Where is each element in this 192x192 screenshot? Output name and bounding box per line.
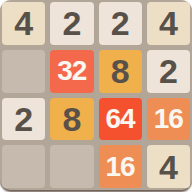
tile-16-r4c3: 16 bbox=[99, 145, 142, 188]
tile-8-r3c2: 8 bbox=[50, 98, 93, 141]
tile-64-r3c3: 64 bbox=[99, 98, 142, 141]
app-icon-2048: 42243282286416164 bbox=[0, 0, 192, 192]
tile-32-r2c2: 32 bbox=[50, 50, 93, 93]
tile-2-r3c1: 2 bbox=[2, 98, 45, 141]
tile-4-r4c4: 4 bbox=[147, 145, 190, 188]
empty-cell-r4c2 bbox=[50, 145, 93, 188]
tile-2-r1c3: 2 bbox=[99, 2, 142, 45]
tile-2-r2c4: 2 bbox=[147, 50, 190, 93]
empty-cell-r2c1 bbox=[2, 50, 45, 93]
game-board-2048[interactable]: 42243282286416164 bbox=[0, 0, 192, 190]
tile-16-r3c4: 16 bbox=[147, 98, 190, 141]
tile-2-r1c2: 2 bbox=[50, 2, 93, 45]
empty-cell-r4c1 bbox=[2, 145, 45, 188]
tile-4-r1c4: 4 bbox=[147, 2, 190, 45]
tile-4-r1c1: 4 bbox=[2, 2, 45, 45]
tile-8-r2c3: 8 bbox=[99, 50, 142, 93]
